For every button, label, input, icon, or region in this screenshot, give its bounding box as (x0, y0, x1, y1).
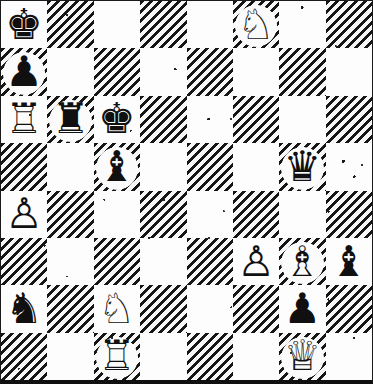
square-d2[interactable] (140, 285, 186, 332)
square-g5[interactable]: ♛ (279, 143, 325, 190)
square-g6[interactable] (279, 96, 325, 143)
chess-board: ♚♘♟♖♜♚♝♛♙♙♗♝♞♘♟♖♕ (0, 0, 373, 384)
square-c2[interactable]: ♘ (94, 285, 140, 332)
black-rook-b6[interactable]: ♜ (47, 96, 93, 143)
square-d1[interactable] (140, 333, 186, 380)
square-b5[interactable] (47, 143, 93, 190)
white-pawn-a4[interactable]: ♙ (1, 191, 47, 238)
white-queen-g1[interactable]: ♕ (279, 333, 325, 380)
square-f5[interactable] (233, 143, 279, 190)
square-h5[interactable] (326, 143, 372, 190)
white-pawn-f3[interactable]: ♙ (233, 238, 279, 285)
square-f4[interactable] (233, 191, 279, 238)
square-d6[interactable] (140, 96, 186, 143)
black-knight-a2[interactable]: ♞ (1, 285, 47, 332)
white-rook-c1[interactable]: ♖ (94, 333, 140, 380)
square-e6[interactable] (187, 96, 233, 143)
square-h3[interactable]: ♝ (326, 238, 372, 285)
white-bishop-g3[interactable]: ♗ (279, 238, 325, 285)
white-knight-f8[interactable]: ♘ (233, 1, 279, 48)
square-a6[interactable]: ♖ (1, 96, 47, 143)
square-c7[interactable] (94, 48, 140, 95)
square-b4[interactable] (47, 191, 93, 238)
square-h8[interactable] (326, 1, 372, 48)
square-e5[interactable] (187, 143, 233, 190)
square-h6[interactable] (326, 96, 372, 143)
black-bishop-h3[interactable]: ♝ (326, 238, 372, 285)
square-c1[interactable]: ♖ (94, 333, 140, 380)
square-h2[interactable] (326, 285, 372, 332)
square-a1[interactable] (1, 333, 47, 380)
square-b3[interactable] (47, 238, 93, 285)
white-king-c6[interactable]: ♚ (94, 96, 140, 143)
square-e3[interactable] (187, 238, 233, 285)
square-c3[interactable] (94, 238, 140, 285)
square-h1[interactable] (326, 333, 372, 380)
square-a8[interactable]: ♚ (1, 1, 47, 48)
square-a2[interactable]: ♞ (1, 285, 47, 332)
square-h4[interactable] (326, 191, 372, 238)
square-d3[interactable] (140, 238, 186, 285)
square-f8[interactable]: ♘ (233, 1, 279, 48)
white-knight-c2[interactable]: ♘ (94, 285, 140, 332)
square-e4[interactable] (187, 191, 233, 238)
square-d8[interactable] (140, 1, 186, 48)
square-g4[interactable] (279, 191, 325, 238)
square-a5[interactable] (1, 143, 47, 190)
square-e2[interactable] (187, 285, 233, 332)
square-e7[interactable] (187, 48, 233, 95)
square-g2[interactable]: ♟ (279, 285, 325, 332)
square-d7[interactable] (140, 48, 186, 95)
square-a4[interactable]: ♙ (1, 191, 47, 238)
square-b2[interactable] (47, 285, 93, 332)
square-f3[interactable]: ♙ (233, 238, 279, 285)
square-b6[interactable]: ♜ (47, 96, 93, 143)
square-b1[interactable] (47, 333, 93, 380)
chess-diagram: ♚♘♟♖♜♚♝♛♙♙♗♝♞♘♟♖♕ (0, 0, 373, 384)
square-f7[interactable] (233, 48, 279, 95)
square-f6[interactable] (233, 96, 279, 143)
square-f2[interactable] (233, 285, 279, 332)
white-rook-a6[interactable]: ♖ (1, 96, 47, 143)
square-c6[interactable]: ♚ (94, 96, 140, 143)
square-c5[interactable]: ♝ (94, 143, 140, 190)
square-d5[interactable] (140, 143, 186, 190)
square-g1[interactable]: ♕ (279, 333, 325, 380)
black-pawn-a7[interactable]: ♟ (1, 48, 47, 95)
black-queen-g5[interactable]: ♛ (279, 143, 325, 190)
square-g7[interactable] (279, 48, 325, 95)
square-d4[interactable] (140, 191, 186, 238)
square-c8[interactable] (94, 1, 140, 48)
black-king-a8[interactable]: ♚ (1, 1, 47, 48)
square-e1[interactable] (187, 333, 233, 380)
square-c4[interactable] (94, 191, 140, 238)
square-a3[interactable] (1, 238, 47, 285)
square-g8[interactable] (279, 1, 325, 48)
square-e8[interactable] (187, 1, 233, 48)
black-bishop-c5[interactable]: ♝ (94, 143, 140, 190)
square-f1[interactable] (233, 333, 279, 380)
square-g3[interactable]: ♗ (279, 238, 325, 285)
square-h7[interactable] (326, 48, 372, 95)
black-pawn-g2[interactable]: ♟ (279, 285, 325, 332)
square-b8[interactable] (47, 1, 93, 48)
square-a7[interactable]: ♟ (1, 48, 47, 95)
square-b7[interactable] (47, 48, 93, 95)
